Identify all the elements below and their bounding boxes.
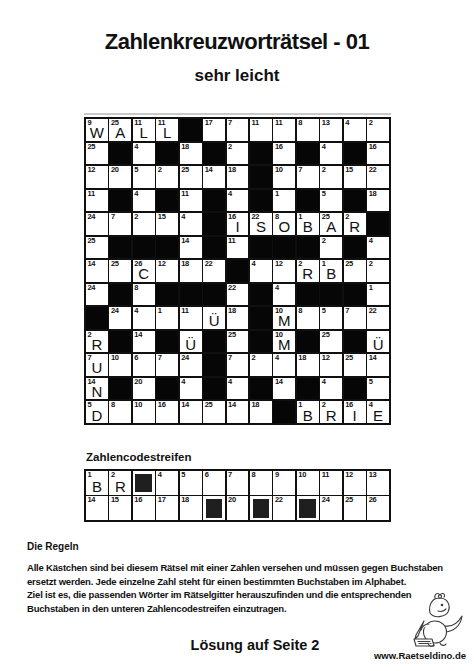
grid-number-cell: 16	[156, 401, 178, 423]
cell-letter: L	[156, 125, 178, 140]
grid-number-cell: 5	[320, 190, 342, 212]
cell-letter: Ü	[180, 337, 202, 352]
grid-number-cell: 12	[320, 354, 342, 376]
grid-number-cell: 4	[250, 260, 272, 282]
grid-black-cell	[250, 331, 272, 353]
strip-letter-cell: 1B	[86, 471, 108, 495]
grid-number-cell: 25	[86, 237, 108, 259]
cell-number: 22	[369, 307, 377, 316]
grid-number-cell: 25	[344, 260, 366, 282]
strip-number-cell: 17	[156, 496, 178, 520]
rules-title: Die Regeln	[27, 541, 79, 552]
grid-number-cell: 18	[227, 307, 249, 329]
cell-letter: S	[250, 219, 272, 234]
strip-number-cell: 11	[320, 471, 342, 495]
grid-number-cell: 7	[344, 307, 366, 329]
strip-number-cell: 6	[203, 471, 225, 495]
grid-number-cell: 22	[367, 307, 389, 329]
grid-black-cell	[250, 143, 272, 165]
cell-letter: Ü	[367, 337, 389, 352]
cell-number: 5	[322, 307, 326, 316]
grid-black-cell	[297, 237, 319, 259]
grid-number-cell: 4	[344, 119, 366, 141]
cell-number: 25	[181, 166, 189, 175]
cell-number: 6	[205, 471, 209, 480]
grid-number-cell: 2	[367, 260, 389, 282]
grid-black-cell	[180, 119, 202, 141]
cell-letter: M	[273, 337, 295, 352]
grid-number-cell: 25	[227, 331, 249, 353]
grid-black-cell	[344, 284, 366, 306]
cell-letter: B	[297, 219, 319, 234]
grid-number-cell: 15	[344, 166, 366, 188]
cell-letter: B	[297, 408, 319, 423]
grid-number-cell: 2	[320, 166, 342, 188]
cell-number: 10	[298, 471, 306, 480]
cell-number: 9	[275, 471, 279, 480]
grid-letter-cell: 25A	[109, 119, 131, 141]
grid-number-cell: 4	[367, 237, 389, 259]
grid-black-cell	[109, 378, 131, 400]
strip-blocked-cell	[297, 496, 319, 520]
grid-black-cell	[109, 284, 131, 306]
grid-number-cell: 24	[86, 284, 108, 306]
grid-letter-cell: 11L	[133, 119, 155, 141]
cell-letter: W	[86, 125, 108, 140]
strip-number-cell: 18	[180, 496, 202, 520]
cell-number: 24	[88, 284, 96, 293]
grid-black-cell	[203, 143, 225, 165]
cell-letter: D	[86, 408, 108, 423]
strip-number-cell: 15	[109, 496, 131, 520]
cell-number: 6	[134, 354, 138, 363]
cell-number: 13	[322, 119, 330, 128]
cell-letter: R	[86, 337, 108, 352]
grid-black-cell	[203, 354, 225, 376]
cell-number: 8	[252, 471, 256, 480]
grid-number-cell: 25	[109, 260, 131, 282]
strip-blocked-cell	[133, 471, 155, 495]
strip-letter-cell: 2R	[109, 471, 131, 495]
cell-number: 11	[181, 307, 188, 316]
dino-mascot-illustration	[402, 591, 464, 649]
cell-number: 11	[322, 471, 329, 480]
cell-letter: Ü	[203, 313, 225, 328]
cell-letter: L	[133, 125, 155, 140]
grid-black-cell	[109, 143, 131, 165]
cell-number: 1	[369, 284, 373, 293]
strip-number-cell: 10	[297, 471, 319, 495]
grid-number-cell: 18	[367, 190, 389, 212]
cell-number: 4	[158, 471, 162, 480]
grid-number-cell: 18	[250, 401, 272, 423]
grid-black-cell	[367, 213, 389, 235]
grid-letter-cell: 7U	[86, 354, 108, 376]
grid-number-cell: 20	[109, 166, 131, 188]
cell-number: 4	[228, 190, 232, 199]
cell-number: 4	[181, 213, 185, 222]
strip-number-cell: 25	[344, 496, 366, 520]
cell-number: 22	[205, 260, 213, 269]
grid-number-cell: 14	[180, 401, 202, 423]
grid-letter-cell: Ü	[180, 331, 202, 353]
grid-black-cell	[156, 190, 178, 212]
cell-number: 7	[228, 471, 232, 480]
grid-number-cell: 25	[320, 331, 342, 353]
cell-number: 2	[322, 237, 326, 246]
grid-letter-cell: 8O	[273, 213, 295, 235]
grid-number-cell: 5	[320, 307, 342, 329]
cell-letter: R	[297, 266, 319, 281]
cell-number: 5	[322, 190, 326, 199]
grid-number-cell: 16	[367, 143, 389, 165]
grid-number-cell: 7	[227, 119, 249, 141]
grid-letter-cell: Ü	[367, 331, 389, 353]
grid-number-cell: 4	[227, 378, 249, 400]
cell-number: 4	[322, 143, 326, 152]
cell-number: 24	[111, 307, 119, 316]
grid-black-cell	[156, 237, 178, 259]
cell-number: 7	[228, 354, 232, 363]
grid-letter-cell: 4E	[367, 401, 389, 423]
grid-letter-cell: 1B	[297, 213, 319, 235]
grid-number-cell: 24	[86, 213, 108, 235]
cell-number: 5	[134, 166, 138, 175]
grid-letter-cell: 14N	[86, 378, 108, 400]
rules-line-2: ersetzt werden. Jede einzelne Zahl steht…	[27, 575, 467, 589]
strip-number-cell: 24	[320, 496, 342, 520]
cell-number: 18	[369, 190, 377, 199]
cell-number: 26	[369, 496, 377, 505]
cell-number: 16	[134, 496, 142, 505]
grid-black-cell	[203, 284, 225, 306]
cell-letter: B	[320, 266, 342, 281]
grid-number-cell: 4	[227, 190, 249, 212]
cell-number: 7	[298, 166, 302, 175]
grid-number-cell: 8	[297, 119, 319, 141]
grid-black-cell	[344, 331, 366, 353]
grid-number-cell: 15	[156, 213, 178, 235]
strip-number-cell: 4	[156, 471, 178, 495]
cell-letter: O	[273, 219, 295, 234]
cell-number: 18	[228, 307, 236, 316]
cell-number: 25	[228, 331, 236, 340]
cell-letter: A	[109, 125, 131, 140]
grid-black-cell	[203, 213, 225, 235]
strip-number-cell: 14	[86, 496, 108, 520]
grid-letter-cell: 26C	[133, 260, 155, 282]
cell-number: 18	[181, 260, 189, 269]
cell-number: 25	[345, 260, 353, 269]
cell-number: 4	[275, 354, 279, 363]
grid-number-cell: 7	[227, 354, 249, 376]
cell-number: 22	[228, 284, 236, 293]
grid-letter-cell: 10M	[273, 307, 295, 329]
cell-number: 7	[228, 119, 232, 128]
grid-black-cell	[297, 331, 319, 353]
grid-black-cell	[203, 378, 225, 400]
cell-number: 4	[134, 307, 138, 316]
cell-number: 4	[134, 143, 138, 152]
grid-number-cell: 5	[133, 166, 155, 188]
grid-black-cell	[250, 166, 272, 188]
cell-letter: R	[320, 408, 342, 423]
grid-black-cell	[109, 190, 131, 212]
cell-number: 14	[134, 331, 142, 340]
grid-number-cell: 12	[273, 260, 295, 282]
grid-black-cell	[109, 237, 131, 259]
cell-number: 2	[369, 260, 373, 269]
grid-black-cell	[344, 143, 366, 165]
cell-number: 14	[181, 237, 189, 246]
cell-letter: I	[227, 219, 249, 234]
grid-number-cell: 25	[86, 143, 108, 165]
grid-number-cell: 8	[133, 284, 155, 306]
grid-number-cell: 14	[367, 354, 389, 376]
cell-letter: A	[320, 219, 342, 234]
grid-number-cell: 22	[227, 284, 249, 306]
grid-number-cell: 11	[273, 119, 295, 141]
strip-number-cell: 26	[367, 496, 389, 520]
grid-black-cell	[250, 378, 272, 400]
grid-number-cell: 25	[203, 401, 225, 423]
cell-number: 1	[275, 190, 279, 199]
website-label: www.Raetseldino.de	[356, 650, 466, 661]
cell-number: 15	[345, 166, 353, 175]
grid-black-cell	[133, 237, 155, 259]
grid-letter-cell: 9W	[86, 119, 108, 141]
cell-number: 12	[322, 354, 330, 363]
cell-number: 12	[88, 166, 96, 175]
grid-number-cell: 10	[133, 401, 155, 423]
grid-letter-cell: Ü	[203, 307, 225, 329]
cell-letter: M	[273, 313, 295, 328]
cell-number: 22	[369, 166, 377, 175]
grid-number-cell: 11	[250, 119, 272, 141]
cell-number: 12	[275, 260, 283, 269]
grid-number-cell: 25	[180, 166, 202, 188]
grid-number-cell: 12	[156, 260, 178, 282]
cell-number: 4	[181, 378, 185, 387]
grid-black-cell	[250, 307, 272, 329]
cell-number: 2	[322, 166, 326, 175]
grid-number-cell: 4	[320, 378, 342, 400]
grid-black-cell	[203, 331, 225, 353]
grid-letter-cell: 22S	[250, 213, 272, 235]
strip-number-cell: 9	[273, 471, 295, 495]
grid-black-cell	[156, 378, 178, 400]
cell-letter: R	[109, 479, 131, 494]
grid-number-cell: 11	[180, 307, 202, 329]
grid-number-cell: 18	[297, 354, 319, 376]
grid-number-cell: 2	[133, 213, 155, 235]
cell-letter: E	[367, 408, 389, 423]
cell-number: 24	[181, 354, 189, 363]
grid-letter-cell: 2R	[344, 213, 366, 235]
grid-black-cell	[273, 401, 295, 423]
grid-black-cell	[297, 143, 319, 165]
cell-number: 2	[228, 143, 232, 152]
cell-number: 18	[181, 143, 189, 152]
cell-number: 4	[369, 237, 373, 246]
strip-number-cell: 13	[367, 471, 389, 495]
strip-number-cell: 12	[344, 471, 366, 495]
grid-black-cell	[297, 190, 319, 212]
cell-number: 10	[134, 401, 142, 410]
cell-number: 20	[228, 496, 236, 505]
rules-line-4: Buchstaben in den unteren Zahlencodestre…	[27, 602, 467, 616]
grid-letter-cell: 2R	[320, 401, 342, 423]
grid-number-cell: 18	[180, 260, 202, 282]
grid-number-cell: 11	[180, 190, 202, 212]
strip-number-cell: 20	[227, 496, 249, 520]
cell-number: 4	[228, 378, 232, 387]
grid-black-cell	[156, 331, 178, 353]
grid-number-cell: 1	[367, 284, 389, 306]
strip-blocked-cell	[203, 496, 225, 520]
grid-black-cell	[203, 237, 225, 259]
cell-number: 16	[158, 401, 166, 410]
grid-number-cell: 11	[227, 237, 249, 259]
grid-black-cell	[180, 284, 202, 306]
grid-number-cell: 4	[273, 354, 295, 376]
grid-black-cell	[250, 237, 272, 259]
cell-number: 7	[111, 213, 115, 222]
grid-black-cell	[344, 190, 366, 212]
cell-number: 14	[88, 260, 96, 269]
cell-number: 12	[345, 471, 353, 480]
grid-number-cell: 18	[180, 143, 202, 165]
grid-number-cell: 14	[180, 237, 202, 259]
cell-number: 11	[228, 237, 235, 246]
grid-letter-cell: 2R	[86, 331, 108, 353]
cell-number: 11	[252, 119, 259, 128]
grid-number-cell: 17	[203, 119, 225, 141]
cell-number: 18	[298, 354, 306, 363]
cell-number: 20	[111, 166, 119, 175]
grid-number-cell: 4	[133, 143, 155, 165]
grid-number-cell: 4	[180, 213, 202, 235]
cell-number: 11	[88, 190, 95, 199]
cell-number: 10	[111, 354, 119, 363]
grid-letter-cell: 25A	[320, 213, 342, 235]
cell-number: 20	[134, 378, 142, 387]
cell-number: 25	[345, 354, 353, 363]
strip-number-cell: 7	[227, 471, 249, 495]
grid-black-cell	[344, 237, 366, 259]
cell-number: 4	[322, 378, 326, 387]
grid-letter-cell: 11L	[156, 119, 178, 141]
grid-letter-cell: 2R	[297, 260, 319, 282]
cell-number: 24	[88, 213, 96, 222]
cell-number: 25	[205, 401, 213, 410]
grid-number-cell: 4	[273, 284, 295, 306]
grid-number-cell: 1	[156, 307, 178, 329]
cell-number: 2	[369, 119, 373, 128]
cell-number: 18	[181, 496, 189, 505]
grid-number-cell: 2	[367, 119, 389, 141]
grid-number-cell: 24	[180, 354, 202, 376]
cell-number: 14	[369, 354, 377, 363]
cell-number: 25	[88, 143, 96, 152]
cell-number: 25	[345, 496, 353, 505]
grid-number-cell: 10	[273, 166, 295, 188]
grid-letter-cell: 1B	[297, 401, 319, 423]
cell-number: 14	[228, 401, 236, 410]
grid-letter-cell: 5D	[86, 401, 108, 423]
strip-number-cell: 22	[273, 496, 295, 520]
cell-number: 14	[181, 401, 189, 410]
grid-black-cell	[273, 237, 295, 259]
grid-number-cell: 22	[203, 260, 225, 282]
grid-black-cell	[344, 378, 366, 400]
grid-number-cell: 4	[320, 143, 342, 165]
cell-letter: I	[344, 408, 366, 423]
grid-letter-cell: 1B	[320, 260, 342, 282]
grid-number-cell: 13	[320, 119, 342, 141]
grid-number-cell: 2	[227, 143, 249, 165]
cell-number: 17	[158, 496, 166, 505]
cell-number: 16	[369, 143, 377, 152]
grid-number-cell: 18	[227, 166, 249, 188]
grid-number-cell: 7	[156, 354, 178, 376]
grid-number-cell: 2	[156, 166, 178, 188]
cell-letter: N	[86, 384, 108, 399]
strip-number-cell: 5	[180, 471, 202, 495]
cell-number: 4	[275, 284, 279, 293]
grid-number-cell: 12	[86, 166, 108, 188]
grid-number-cell: 8	[109, 401, 131, 423]
page-title: Zahlenkreuzworträtsel - 01	[0, 29, 474, 55]
cell-number: 7	[345, 307, 349, 316]
grid-number-cell: 7	[297, 166, 319, 188]
grid-number-cell: 14	[273, 378, 295, 400]
puzzle-grid: 9W25A11L11L17711118134225418216416122052…	[84, 117, 391, 425]
cell-number: 8	[298, 119, 302, 128]
grid-number-cell: 14	[227, 401, 249, 423]
grid-black-cell	[297, 284, 319, 306]
grid-number-cell: 4	[133, 307, 155, 329]
grid-number-cell: 1	[273, 190, 295, 212]
cell-number: 25	[88, 237, 96, 246]
cell-letter: B	[86, 479, 108, 494]
grid-number-cell: 8	[297, 307, 319, 329]
cell-number: 4	[252, 260, 256, 269]
cell-number: 5	[369, 378, 373, 387]
page-subtitle: sehr leicht	[0, 66, 474, 86]
cell-number: 14	[88, 496, 96, 505]
cell-number: 11	[181, 190, 188, 199]
grid-number-cell: 4	[133, 190, 155, 212]
grid-number-cell: 25	[344, 354, 366, 376]
cell-number: 8	[298, 307, 302, 316]
cell-number: 25	[111, 260, 119, 269]
rules-text: Alle Kästchen sind bei diesem Rätsel mit…	[27, 561, 467, 615]
grid-number-cell: 14	[203, 166, 225, 188]
grid-number-cell: 14	[86, 260, 108, 282]
grid-black-cell	[227, 260, 249, 282]
grid-top-shadow-line	[84, 113, 391, 115]
grid-number-cell: 24	[109, 307, 131, 329]
cell-number: 17	[205, 119, 213, 128]
cell-letter: C	[133, 266, 155, 281]
cell-number: 14	[275, 378, 283, 387]
grid-black-cell	[320, 284, 342, 306]
cell-number: 8	[111, 401, 115, 410]
cell-number: 15	[158, 213, 166, 222]
grid-black-cell	[250, 190, 272, 212]
grid-black-cell	[86, 307, 108, 329]
